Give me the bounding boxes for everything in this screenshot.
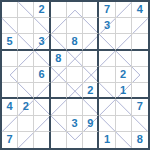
cell-r5c4[interactable]: [51, 67, 67, 83]
cell-r9c7: 1: [99, 132, 115, 148]
cell-r6c4[interactable]: [51, 83, 67, 99]
cell-r1c6[interactable]: [83, 2, 99, 18]
cell-r2c3[interactable]: [34, 18, 50, 34]
argyle-sudoku-puzzle: 27435388622142739718: [0, 0, 150, 150]
cell-r7c2: 2: [18, 99, 34, 115]
cell-r6c3[interactable]: [34, 83, 50, 99]
cell-r8c8[interactable]: [116, 116, 132, 132]
cell-r5c1[interactable]: [2, 67, 18, 83]
cell-r8c6: 9: [83, 116, 99, 132]
cell-r7c7[interactable]: [99, 99, 115, 115]
cell-r5c3: 6: [34, 67, 50, 83]
cell-r2c4[interactable]: [51, 18, 67, 34]
cell-r3c9[interactable]: [132, 34, 148, 50]
cell-r2c9[interactable]: [132, 18, 148, 34]
cell-r3c1: 5: [2, 34, 18, 50]
cell-r9c1: 7: [2, 132, 18, 148]
cell-r7c1: 4: [2, 99, 18, 115]
cell-r3c8[interactable]: [116, 34, 132, 50]
cell-r4c5[interactable]: [67, 51, 83, 67]
cell-r8c7[interactable]: [99, 116, 115, 132]
cell-r6c6: 2: [83, 83, 99, 99]
cell-r3c2[interactable]: [18, 34, 34, 50]
cell-r6c7[interactable]: [99, 83, 115, 99]
cell-r5c7[interactable]: [99, 67, 115, 83]
cell-r4c8[interactable]: [116, 51, 132, 67]
cell-r8c4[interactable]: [51, 116, 67, 132]
cell-r9c4[interactable]: [51, 132, 67, 148]
cell-r1c5[interactable]: [67, 2, 83, 18]
cell-r6c8: 1: [116, 83, 132, 99]
cell-r6c2[interactable]: [18, 83, 34, 99]
cell-r7c3[interactable]: [34, 99, 50, 115]
cell-r2c1[interactable]: [2, 18, 18, 34]
cell-r4c3[interactable]: [34, 51, 50, 67]
cell-r5c9[interactable]: [132, 67, 148, 83]
cell-r9c9: 8: [132, 132, 148, 148]
cell-r4c4: 8: [51, 51, 67, 67]
cell-r4c7[interactable]: [99, 51, 115, 67]
sudoku-board: 27435388622142739718: [0, 0, 150, 150]
cell-r8c1[interactable]: [2, 116, 18, 132]
cell-r3c6[interactable]: [83, 34, 99, 50]
cell-r2c7: 3: [99, 18, 115, 34]
cell-r3c7[interactable]: [99, 34, 115, 50]
cell-r9c8[interactable]: [116, 132, 132, 148]
cell-r5c5[interactable]: [67, 67, 83, 83]
cell-r2c5[interactable]: [67, 18, 83, 34]
cell-r1c4[interactable]: [51, 2, 67, 18]
cell-r8c2[interactable]: [18, 116, 34, 132]
cell-r4c6[interactable]: [83, 51, 99, 67]
cell-r6c1[interactable]: [2, 83, 18, 99]
cell-r6c5[interactable]: [67, 83, 83, 99]
cell-r1c9: 4: [132, 2, 148, 18]
cell-r3c5: 8: [67, 34, 83, 50]
cell-r5c2[interactable]: [18, 67, 34, 83]
cell-r6c9[interactable]: [132, 83, 148, 99]
cell-r1c1[interactable]: [2, 2, 18, 18]
cell-r2c2[interactable]: [18, 18, 34, 34]
cell-r7c5[interactable]: [67, 99, 83, 115]
cell-r5c8: 2: [116, 67, 132, 83]
cell-r9c6[interactable]: [83, 132, 99, 148]
cell-r5c6[interactable]: [83, 67, 99, 83]
cell-r2c6[interactable]: [83, 18, 99, 34]
cell-r3c4[interactable]: [51, 34, 67, 50]
cell-r3c3: 3: [34, 34, 50, 50]
cell-r9c2[interactable]: [18, 132, 34, 148]
cell-r2c8[interactable]: [116, 18, 132, 34]
cell-r1c7: 7: [99, 2, 115, 18]
cell-r4c2[interactable]: [18, 51, 34, 67]
cell-r1c8[interactable]: [116, 2, 132, 18]
cell-r7c8[interactable]: [116, 99, 132, 115]
cell-r4c1[interactable]: [2, 51, 18, 67]
cell-r7c9: 7: [132, 99, 148, 115]
cell-r8c5: 3: [67, 116, 83, 132]
cell-r7c6[interactable]: [83, 99, 99, 115]
cell-r1c2[interactable]: [18, 2, 34, 18]
cell-r9c5[interactable]: [67, 132, 83, 148]
cell-r7c4[interactable]: [51, 99, 67, 115]
cell-r8c3[interactable]: [34, 116, 50, 132]
cell-r1c3: 2: [34, 2, 50, 18]
cell-r9c3[interactable]: [34, 132, 50, 148]
cell-r8c9[interactable]: [132, 116, 148, 132]
cell-r4c9[interactable]: [132, 51, 148, 67]
